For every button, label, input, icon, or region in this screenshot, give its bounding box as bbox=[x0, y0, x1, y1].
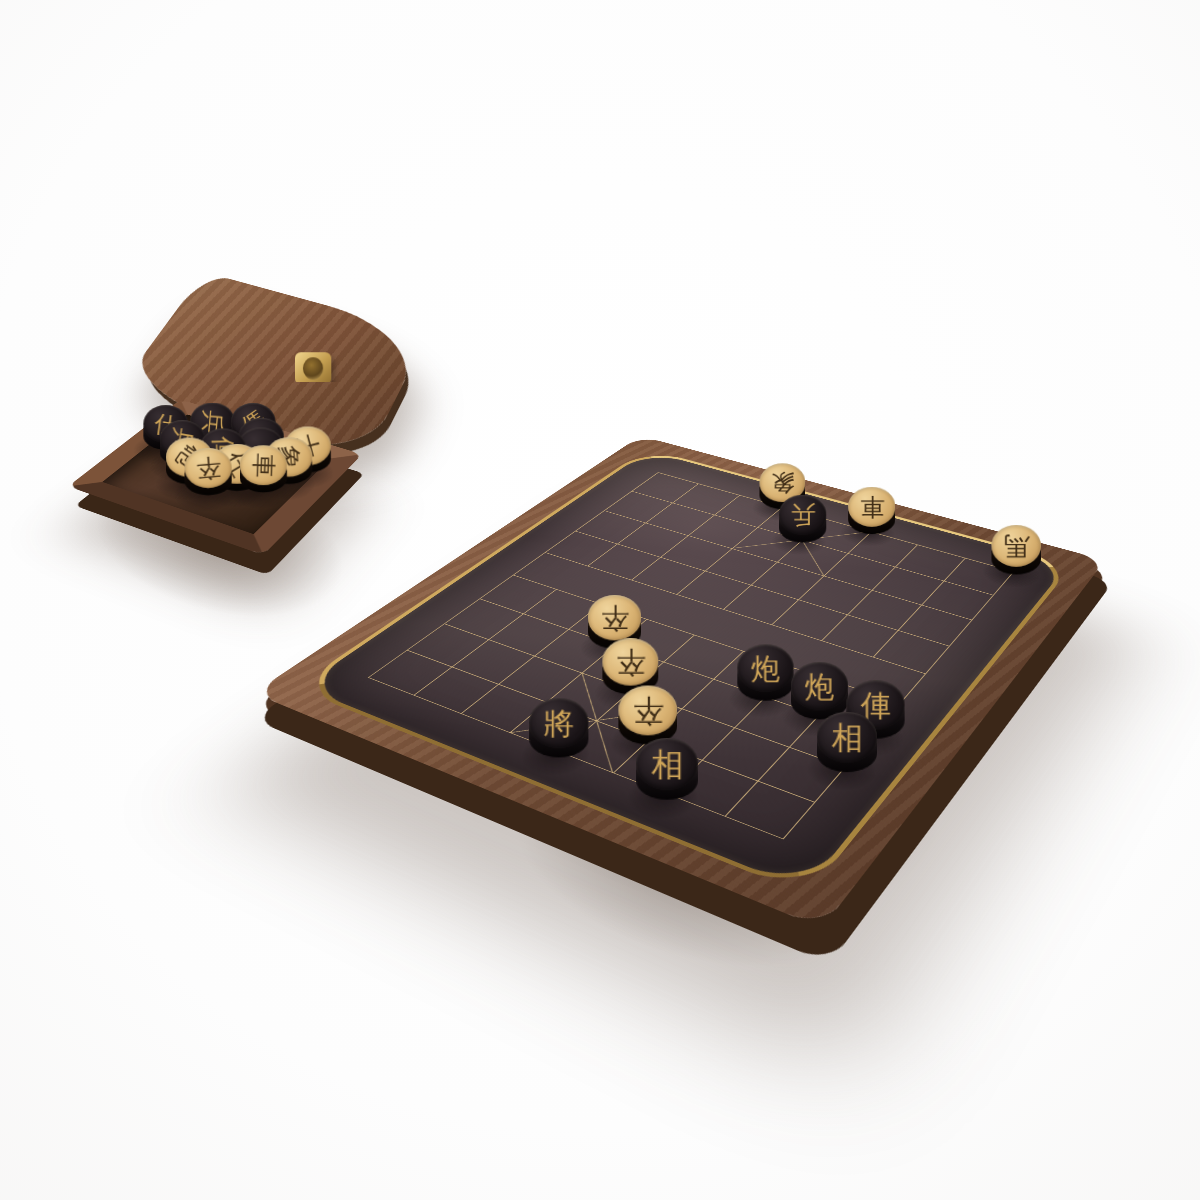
piece-character: 卒 bbox=[633, 695, 664, 726]
xiangqi-product-scene: 傌兵仕兵俥砲卒仕車象士 象車馬兵卒炮炮俥卒相卒將相 bbox=[0, 0, 1200, 1200]
piece-character: 將 bbox=[543, 708, 574, 739]
piece-character: 炮 bbox=[751, 653, 780, 682]
piece-character: 炮 bbox=[805, 671, 835, 701]
piece-character: 相 bbox=[831, 722, 862, 753]
xiangqi-piece[interactable]: 炮 bbox=[737, 644, 794, 707]
board-tray: 象車馬兵卒炮炮俥卒相卒將相 bbox=[253, 436, 1105, 929]
tray-wood-frame: 象車馬兵卒炮炮俥卒相卒將相 bbox=[253, 436, 1105, 929]
xiangqi-piece[interactable]: 相 bbox=[636, 738, 698, 807]
piece-character: 卒 bbox=[601, 604, 629, 632]
piece-character: 相 bbox=[651, 748, 683, 780]
xiangqi-piece[interactable]: 車 bbox=[239, 445, 286, 498]
piece-character: 車 bbox=[250, 453, 275, 478]
xiangqi-piece[interactable]: 相 bbox=[817, 712, 877, 779]
piece-character: 卒 bbox=[616, 647, 645, 676]
xiangqi-piece[interactable]: 卒 bbox=[185, 448, 232, 501]
piece-character: 卒 bbox=[195, 454, 222, 481]
brass-knob-icon[interactable] bbox=[295, 352, 331, 384]
box-cavity: 傌兵仕兵俥砲卒仕車象士 bbox=[102, 415, 330, 535]
xiangqi-piece[interactable]: 將 bbox=[529, 698, 589, 765]
